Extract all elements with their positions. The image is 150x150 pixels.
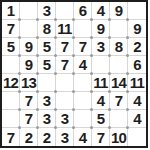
grid-cell-r5c3[interactable] — [38, 74, 56, 92]
grid-cell-r4c7[interactable] — [110, 56, 128, 74]
grid-cell-r7c5[interactable] — [74, 110, 92, 128]
grid-cell-r2c2[interactable] — [20, 20, 38, 38]
grid-cell-r6c3[interactable]: 3 — [38, 92, 56, 110]
cell-number: 3 — [97, 38, 105, 55]
grid-cell-r7c3[interactable]: 3 — [38, 110, 56, 128]
grid-cell-r8c6[interactable]: 7 — [92, 128, 110, 146]
grid-cell-r5c5[interactable] — [74, 74, 92, 92]
grid-cell-r8c5[interactable]: 4 — [74, 128, 92, 146]
grid-cell-r7c6[interactable]: 5 — [92, 110, 110, 128]
grid-cell-r6c7[interactable]: 7 — [110, 92, 128, 110]
cell-number: 7 — [25, 92, 33, 109]
grid-cell-r4c5[interactable]: 4 — [74, 56, 92, 74]
grid-cell-r2c7[interactable] — [110, 20, 128, 38]
cell-number: 9 — [133, 20, 141, 37]
grid-cell-r6c5[interactable] — [74, 92, 92, 110]
grid-cell-r6c8[interactable]: 4 — [128, 92, 146, 110]
cell-number: 6 — [79, 2, 87, 19]
cell-number: 7 — [7, 20, 15, 37]
grid-cell-r1c5[interactable]: 6 — [74, 2, 92, 20]
cell-number: 11 — [57, 20, 71, 37]
grid-cell-r2c6[interactable]: 9 — [92, 20, 110, 38]
cell-number: 9 — [25, 38, 33, 55]
grid-cell-r1c8[interactable] — [128, 2, 146, 20]
cell-number: 9 — [115, 2, 123, 19]
grid-cell-r5c6[interactable]: 11 — [92, 74, 110, 92]
cell-number: 3 — [43, 110, 51, 127]
grid-cell-r3c7[interactable]: 8 — [110, 38, 128, 56]
cell-number: 1 — [7, 2, 15, 19]
grid-cell-r5c1[interactable]: 12 — [2, 74, 20, 92]
cell-number: 8 — [43, 20, 51, 37]
cell-number: 3 — [43, 2, 51, 19]
grid-cell-r3c4[interactable]: 7 — [56, 38, 74, 56]
cell-number: 6 — [133, 56, 141, 73]
grid-cell-r4c2[interactable]: 9 — [20, 56, 38, 74]
grid-cell-r4c6[interactable] — [92, 56, 110, 74]
cell-number: 2 — [133, 38, 141, 55]
cell-number: 8 — [115, 38, 123, 55]
cell-number: 3 — [43, 92, 51, 109]
cell-number: 11 — [93, 74, 107, 91]
grid-cell-r2c4[interactable]: 11 — [56, 20, 74, 38]
cell-number: 4 — [97, 92, 105, 109]
cell-number: 10 — [111, 129, 126, 146]
cell-number: 7 — [7, 129, 15, 146]
grid-cell-r1c6[interactable]: 4 — [92, 2, 110, 20]
cell-number: 7 — [25, 110, 33, 127]
grid-cell-r3c3[interactable]: 5 — [38, 38, 56, 56]
grid-cell-r6c4[interactable] — [56, 92, 74, 110]
cell-number: 4 — [133, 110, 141, 127]
cell-number: 13 — [21, 74, 36, 91]
grid-cell-r4c3[interactable]: 5 — [38, 56, 56, 74]
grid-cell-r5c8[interactable]: 11 — [128, 74, 146, 92]
grid-cell-r1c1[interactable]: 1 — [2, 2, 20, 20]
cell-number: 3 — [61, 129, 69, 146]
cell-number: 4 — [97, 2, 105, 19]
grid-cell-r2c8[interactable]: 9 — [128, 20, 146, 38]
cell-number: 4 — [133, 92, 141, 109]
grid-cell-r3c1[interactable]: 5 — [2, 38, 20, 56]
grid-cell-r4c1[interactable] — [2, 56, 20, 74]
cell-number: 5 — [43, 38, 51, 55]
cell-number: 9 — [97, 20, 105, 37]
cell-number: 2 — [25, 129, 33, 146]
grid-cell-r7c8[interactable]: 4 — [128, 110, 146, 128]
grid-cell-r8c7[interactable]: 10 — [110, 128, 128, 146]
grid-cell-r7c2[interactable]: 7 — [20, 110, 38, 128]
grid-cell-r6c1[interactable] — [2, 92, 20, 110]
puzzle-board: 1364978119959577382957461213111411734747… — [0, 0, 148, 148]
cell-number: 12 — [3, 74, 18, 91]
cell-number: 4 — [79, 56, 87, 73]
grid-cell-r8c2[interactable]: 2 — [20, 128, 38, 146]
grid-cell-r8c8[interactable] — [128, 128, 146, 146]
cell-number: 7 — [61, 56, 69, 73]
grid-cell-r5c2[interactable]: 13 — [20, 74, 38, 92]
grid-cell-r3c5[interactable]: 7 — [74, 38, 92, 56]
grid-cell-r2c1[interactable]: 7 — [2, 20, 20, 38]
grid-cell-r6c6[interactable]: 4 — [92, 92, 110, 110]
grid-cell-r4c4[interactable]: 7 — [56, 56, 74, 74]
cell-number: 2 — [43, 129, 51, 146]
grid-cell-r5c4[interactable] — [56, 74, 74, 92]
grid-cell-r3c6[interactable]: 3 — [92, 38, 110, 56]
cell-number: 11 — [130, 74, 144, 91]
grid-cell-r6c2[interactable]: 7 — [20, 92, 38, 110]
cell-number: 7 — [79, 38, 87, 55]
grid-cell-r8c1[interactable]: 7 — [2, 128, 20, 146]
cell-number: 5 — [7, 38, 15, 55]
grid-cell-r3c8[interactable]: 2 — [128, 38, 146, 56]
grid-cell-r1c3[interactable]: 3 — [38, 2, 56, 20]
cell-number: 7 — [97, 129, 105, 146]
grid-cell-r1c4[interactable] — [56, 2, 74, 20]
grid-cell-r3c2[interactable]: 9 — [20, 38, 38, 56]
grid-cell-r7c4[interactable]: 3 — [56, 110, 74, 128]
grid-cell-r8c3[interactable]: 2 — [38, 128, 56, 146]
grid-cell-r7c7[interactable] — [110, 110, 128, 128]
grid-cell-r2c3[interactable]: 8 — [38, 20, 56, 38]
cell-number: 9 — [25, 56, 33, 73]
grid-cell-r1c2[interactable] — [20, 2, 38, 20]
cell-number: 14 — [111, 74, 126, 91]
grid-cell-r7c1[interactable] — [2, 110, 20, 128]
grid-cell-r4c8[interactable]: 6 — [128, 56, 146, 74]
grid-cell-r5c7[interactable]: 14 — [110, 74, 128, 92]
cell-number: 4 — [79, 129, 87, 146]
cell-number: 7 — [61, 38, 69, 55]
cell-number: 5 — [97, 110, 105, 127]
cell-number: 5 — [43, 56, 51, 73]
grid-cell-r1c7[interactable]: 9 — [110, 2, 128, 20]
grid-cell-r2c5[interactable] — [74, 20, 92, 38]
grid-cell-r8c4[interactable]: 3 — [56, 128, 74, 146]
cell-number: 3 — [61, 110, 69, 127]
cell-number: 7 — [115, 92, 123, 109]
